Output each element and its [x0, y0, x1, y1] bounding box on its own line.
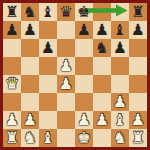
square-b4[interactable]: [21, 75, 39, 93]
square-c3[interactable]: [39, 93, 57, 111]
black-pawn-icon: ♟: [131, 21, 145, 39]
square-c7[interactable]: [39, 21, 57, 39]
square-h8[interactable]: ♜: [129, 3, 147, 21]
square-b1[interactable]: ♞: [21, 129, 39, 147]
square-d3[interactable]: [57, 93, 75, 111]
black-pawn-icon: ♟: [23, 21, 37, 39]
black-king-icon: ♚: [77, 3, 91, 21]
square-f5[interactable]: [93, 57, 111, 75]
white-pawn-icon: ♟: [77, 111, 91, 129]
square-g4[interactable]: [111, 75, 129, 93]
white-king-icon: ♚: [77, 129, 91, 147]
square-f3[interactable]: [93, 93, 111, 111]
white-pawn-icon: ♟: [59, 57, 73, 75]
square-a7[interactable]: ♟: [3, 21, 21, 39]
black-bishop-icon: ♝: [41, 3, 55, 21]
white-bishop-icon: ♝: [41, 129, 55, 147]
square-d8[interactable]: ♛: [57, 3, 75, 21]
square-f8[interactable]: [93, 3, 111, 21]
square-d4[interactable]: ♟: [57, 75, 75, 93]
square-d2[interactable]: [57, 111, 75, 129]
square-f7[interactable]: ♟: [93, 21, 111, 39]
square-b2[interactable]: ♟: [21, 111, 39, 129]
square-d6[interactable]: [57, 39, 75, 57]
black-pawn-icon: ♟: [95, 21, 109, 39]
square-a2[interactable]: ♟: [3, 111, 21, 129]
black-pawn-icon: ♟: [113, 39, 127, 57]
white-rook-icon: ♜: [131, 129, 145, 147]
black-rook-icon: ♜: [5, 3, 19, 21]
square-a8[interactable]: ♜: [3, 3, 21, 21]
square-f1[interactable]: [93, 129, 111, 147]
black-knight-icon: ♞: [23, 3, 37, 21]
white-bishop-icon: ♝: [113, 111, 127, 129]
square-e4[interactable]: [75, 75, 93, 93]
square-d7[interactable]: [57, 21, 75, 39]
white-pawn-icon: ♟: [23, 111, 37, 129]
square-a6[interactable]: [3, 39, 21, 57]
black-rook-icon: ♜: [131, 3, 145, 21]
white-rook-icon: ♜: [5, 129, 19, 147]
square-e5[interactable]: [75, 57, 93, 75]
square-h2[interactable]: ♟: [129, 111, 147, 129]
square-b5[interactable]: [21, 57, 39, 75]
square-c2[interactable]: [39, 111, 57, 129]
square-b7[interactable]: ♟: [21, 21, 39, 39]
square-b6[interactable]: [21, 39, 39, 57]
square-e6[interactable]: [75, 39, 93, 57]
black-pawn-icon: ♟: [5, 21, 19, 39]
square-h3[interactable]: [129, 93, 147, 111]
black-pawn-icon: ♟: [77, 21, 91, 39]
square-c1[interactable]: ♝: [39, 129, 57, 147]
square-g8[interactable]: [111, 3, 129, 21]
square-h5[interactable]: [129, 57, 147, 75]
square-g5[interactable]: [111, 57, 129, 75]
square-a5[interactable]: [3, 57, 21, 75]
square-f4[interactable]: [93, 75, 111, 93]
square-g7[interactable]: ♝: [111, 21, 129, 39]
black-knight-icon: ♞: [95, 39, 109, 57]
white-pawn-icon: ♟: [131, 111, 145, 129]
square-f2[interactable]: ♟: [93, 111, 111, 129]
square-b8[interactable]: ♞: [21, 3, 39, 21]
square-d5[interactable]: ♟: [57, 57, 75, 75]
square-g2[interactable]: ♝: [111, 111, 129, 129]
white-pawn-icon: ♟: [95, 111, 109, 129]
square-h1[interactable]: ♜: [129, 129, 147, 147]
square-c6[interactable]: ♟: [39, 39, 57, 57]
square-g1[interactable]: ♞: [111, 129, 129, 147]
square-h6[interactable]: [129, 39, 147, 57]
square-c8[interactable]: ♝: [39, 3, 57, 21]
square-g6[interactable]: ♟: [111, 39, 129, 57]
white-knight-icon: ♞: [23, 129, 37, 147]
square-e7[interactable]: ♟: [75, 21, 93, 39]
square-d1[interactable]: [57, 129, 75, 147]
square-e2[interactable]: ♟: [75, 111, 93, 129]
white-queen-icon: ♛: [5, 75, 19, 93]
square-f6[interactable]: ♞: [93, 39, 111, 57]
square-e1[interactable]: ♚: [75, 129, 93, 147]
white-pawn-icon: ♟: [59, 75, 73, 93]
black-queen-icon: ♛: [59, 3, 73, 21]
black-pawn-icon: ♟: [41, 39, 55, 57]
square-e8[interactable]: ♚: [75, 3, 93, 21]
white-pawn-icon: ♟: [5, 111, 19, 129]
chess-board-screenshot: ♜♞♝♛♚♜♟♟♟♟♝♟♟♞♟♟♛♟♟♟♟♟♟♝♟♜♞♝♚♞♜: [0, 0, 150, 150]
chess-board[interactable]: ♜♞♝♛♚♜♟♟♟♟♝♟♟♞♟♟♛♟♟♟♟♟♟♝♟♜♞♝♚♞♜: [3, 3, 147, 147]
square-a1[interactable]: ♜: [3, 129, 21, 147]
square-a3[interactable]: [3, 93, 21, 111]
square-h4[interactable]: [129, 75, 147, 93]
square-c5[interactable]: [39, 57, 57, 75]
white-pawn-icon: ♟: [113, 93, 127, 111]
square-b3[interactable]: [21, 93, 39, 111]
black-bishop-icon: ♝: [113, 21, 127, 39]
square-c4[interactable]: [39, 75, 57, 93]
square-a4[interactable]: ♛: [3, 75, 21, 93]
square-h7[interactable]: ♟: [129, 21, 147, 39]
square-e3[interactable]: [75, 93, 93, 111]
white-knight-icon: ♞: [113, 129, 127, 147]
square-g3[interactable]: ♟: [111, 93, 129, 111]
